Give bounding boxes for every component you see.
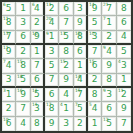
cage-sum: 10 xyxy=(89,31,95,35)
cell-r5c3[interactable]: 7 xyxy=(31,59,45,73)
digit: 5 xyxy=(6,4,12,13)
digit: 2 xyxy=(106,32,112,41)
cage-sum: 3 xyxy=(3,88,6,92)
digit: 6 xyxy=(34,75,40,84)
cell-r1c5[interactable]: 6 xyxy=(59,2,73,16)
cage-sum: 14 xyxy=(89,2,95,6)
digit: 8 xyxy=(106,75,112,84)
cage-sum: 11 xyxy=(3,16,9,20)
cell-r4c1[interactable]: 119 xyxy=(2,45,16,59)
digit: 2 xyxy=(20,47,26,56)
cell-r5c1[interactable]: 74 xyxy=(2,59,16,73)
digit: 2 xyxy=(34,18,40,27)
cage-sum: 6 xyxy=(3,2,6,6)
cell-r4c9[interactable]: 5 xyxy=(117,45,131,59)
cell-r2c9[interactable]: 6 xyxy=(117,16,131,30)
digit: 9 xyxy=(77,18,83,27)
cage-sum: 15 xyxy=(75,31,81,35)
cell-r7c7[interactable]: 8 xyxy=(88,88,102,102)
digit: 7 xyxy=(34,61,40,70)
digit: 4 xyxy=(63,90,69,99)
digit: 4 xyxy=(6,61,12,70)
cell-r8c1[interactable]: 2 xyxy=(2,102,16,116)
cell-r4c4[interactable]: 3 xyxy=(45,45,59,59)
cell-r3c9[interactable]: 4 xyxy=(117,31,131,45)
cage-sum: 14 xyxy=(75,74,81,78)
cell-r8c8[interactable]: 6 xyxy=(102,102,116,116)
cell-r6c1[interactable]: 3 xyxy=(2,74,16,88)
digit: 7 xyxy=(92,47,98,56)
digit: 8 xyxy=(63,47,69,56)
cage-sum: 5 xyxy=(89,102,92,106)
cell-r6c5[interactable]: 9 xyxy=(59,74,73,88)
cage-sum: 4 xyxy=(118,59,121,63)
digit: 7 xyxy=(49,75,55,84)
cage-sum: 15 xyxy=(75,88,81,92)
cage-sum: 12 xyxy=(103,117,109,121)
cage-sum: 7 xyxy=(3,59,6,63)
cell-r7c5[interactable]: 4 xyxy=(59,88,73,102)
cage-sum: 9 xyxy=(103,45,106,49)
cage-sum: 11 xyxy=(46,2,52,6)
digit: 6 xyxy=(63,4,69,13)
digit: 6 xyxy=(106,104,112,113)
digit: 1 xyxy=(63,104,69,113)
cell-r8c9[interactable]: 9 xyxy=(117,102,131,116)
cell-r5c4[interactable]: 5 xyxy=(45,59,59,73)
cage-sum: 7 xyxy=(103,16,106,20)
cell-r7c4[interactable]: 6 xyxy=(45,88,59,102)
digit: 4 xyxy=(20,119,26,128)
cell-r3c6[interactable]: 158 xyxy=(74,31,88,45)
cell-r6c7[interactable]: 2 xyxy=(88,74,102,88)
digit: 9 xyxy=(106,61,112,70)
cell-r7c2[interactable]: 169 xyxy=(16,88,30,102)
cell-r9c1[interactable]: 106 xyxy=(2,117,16,131)
cage-sum: 9 xyxy=(103,88,106,92)
cell-r1c1[interactable]: 65 xyxy=(2,2,16,16)
cell-r6c2[interactable]: 185 xyxy=(16,74,30,88)
cage-sum: 15 xyxy=(89,59,95,63)
cell-r1c6[interactable]: 3 xyxy=(74,2,88,16)
cell-r7c1[interactable]: 31 xyxy=(2,88,16,102)
cage-sum: 18 xyxy=(17,74,23,78)
cell-r1c4[interactable]: 112 xyxy=(45,2,59,16)
digit: 1 xyxy=(92,119,98,128)
cage-sum: 6 xyxy=(32,2,35,6)
cage-sum: 13 xyxy=(3,31,9,35)
digit: 7 xyxy=(121,119,127,128)
digit: 8 xyxy=(121,4,127,13)
digit: 8 xyxy=(34,119,40,128)
cell-r4c8[interactable]: 94 xyxy=(102,45,116,59)
cell-r8c3[interactable]: 113 xyxy=(31,102,45,116)
digit: 3 xyxy=(121,61,127,70)
cell-r4c2[interactable]: 2 xyxy=(16,45,30,59)
cell-r4c6[interactable]: 6 xyxy=(74,45,88,59)
cell-r3c1[interactable]: 137 xyxy=(2,31,16,45)
digit: 5 xyxy=(121,47,127,56)
cell-r5c8[interactable]: 9 xyxy=(102,59,116,73)
digit: 3 xyxy=(63,119,69,128)
cage-sum: 11 xyxy=(32,88,38,92)
cell-r6c3[interactable]: 6 xyxy=(31,74,45,88)
cell-r8c4[interactable]: 178 xyxy=(45,102,59,116)
digit: 1 xyxy=(6,90,12,99)
digit: 3 xyxy=(49,47,55,56)
digit: 3 xyxy=(6,75,12,84)
cage-sum: 20 xyxy=(46,16,52,20)
cell-r5c7[interactable]: 156 xyxy=(88,59,102,73)
cell-r9c8[interactable]: 125 xyxy=(102,117,116,131)
cell-r2c1[interactable]: 118 xyxy=(2,16,16,30)
cell-r7c8[interactable]: 93 xyxy=(102,88,116,102)
digit: 9 xyxy=(49,119,55,128)
cage-sum: 17 xyxy=(46,102,52,106)
cage-sum: 4 xyxy=(60,102,63,106)
digit: 2 xyxy=(92,75,98,84)
cage-sum: 11 xyxy=(118,88,124,92)
cell-r3c3[interactable]: 109 xyxy=(31,31,45,45)
digit: 4 xyxy=(92,104,98,113)
cage-sum: 21 xyxy=(103,2,109,6)
digit: 4 xyxy=(106,47,112,56)
cell-r9c3[interactable]: 8 xyxy=(31,117,45,131)
digit: 1 xyxy=(106,18,112,27)
cell-r7c9[interactable]: 112 xyxy=(117,88,131,102)
cell-r5c5[interactable]: 152 xyxy=(59,59,73,73)
cell-r3c5[interactable]: 135 xyxy=(59,31,73,45)
digit: 6 xyxy=(77,47,83,56)
cell-r1c3[interactable]: 64 xyxy=(31,2,45,16)
cell-r6c8[interactable]: 8 xyxy=(102,74,116,88)
cell-r3c8[interactable]: 2 xyxy=(102,31,116,45)
cell-r1c9[interactable]: 8 xyxy=(117,2,131,16)
cage-sum: 11 xyxy=(32,102,38,106)
cage-sum: 10 xyxy=(3,117,9,121)
cell-r8c2[interactable]: 7 xyxy=(16,102,30,116)
cell-r4c3[interactable]: 1 xyxy=(31,45,45,59)
cage-sum: 13 xyxy=(60,31,66,35)
cell-r6c9[interactable]: 1 xyxy=(117,74,131,88)
killer-sudoku-board: 6516411263149217811832204795716137610991… xyxy=(0,0,133,133)
cell-r9c2[interactable]: 4 xyxy=(16,117,30,131)
digit: 8 xyxy=(92,90,98,99)
cell-r2c6[interactable]: 9 xyxy=(74,16,88,30)
cell-r9c6[interactable]: 2 xyxy=(74,117,88,131)
cage-sum: 11 xyxy=(3,45,9,49)
digit: 4 xyxy=(121,32,127,41)
digit: 2 xyxy=(77,119,83,128)
cell-r2c3[interactable]: 2 xyxy=(31,16,45,30)
digit: 5 xyxy=(92,18,98,27)
cage-sum: 16 xyxy=(17,88,23,92)
cell-r9c5[interactable]: 3 xyxy=(59,117,73,131)
cell-r2c2[interactable]: 3 xyxy=(16,16,30,30)
cage-sum: 10 xyxy=(32,31,38,35)
cell-r6c6[interactable]: 144 xyxy=(74,74,88,88)
cell-r8c7[interactable]: 54 xyxy=(88,102,102,116)
digit: 7 xyxy=(63,18,69,27)
cell-r3c2[interactable]: 6 xyxy=(16,31,30,45)
cell-r2c8[interactable]: 71 xyxy=(102,16,116,30)
digit: 3 xyxy=(20,18,26,27)
digit: 5 xyxy=(49,61,55,70)
cell-r8c6[interactable]: 75 xyxy=(74,102,88,116)
digit: 1 xyxy=(77,61,83,70)
digit: 6 xyxy=(121,18,127,27)
cell-r1c2[interactable]: 1 xyxy=(16,2,30,16)
cage-sum: 9 xyxy=(46,31,49,35)
cell-r3c4[interactable]: 91 xyxy=(45,31,59,45)
cell-r4c5[interactable]: 8 xyxy=(59,45,73,59)
digit: 9 xyxy=(63,75,69,84)
cell-r9c7[interactable]: 1 xyxy=(88,117,102,131)
cage-sum: 7 xyxy=(75,102,78,106)
digit: 6 xyxy=(49,90,55,99)
cell-r5c6[interactable]: 1 xyxy=(74,59,88,73)
digit: 7 xyxy=(20,104,26,113)
cell-r3c7[interactable]: 103 xyxy=(88,31,102,45)
digit: 3 xyxy=(77,4,83,13)
cell-r9c9[interactable]: 7 xyxy=(117,117,131,131)
digit: 1 xyxy=(34,47,40,56)
cage-sum: 15 xyxy=(17,59,23,63)
cell-r5c9[interactable]: 43 xyxy=(117,59,131,73)
cell-r2c7[interactable]: 5 xyxy=(88,16,102,30)
digit: 1 xyxy=(20,4,26,13)
digit: 2 xyxy=(6,104,12,113)
digit: 1 xyxy=(121,75,127,84)
cell-r6c4[interactable]: 7 xyxy=(45,74,59,88)
cell-r2c5[interactable]: 7 xyxy=(59,16,73,30)
cell-r9c4[interactable]: 9 xyxy=(45,117,59,131)
cell-r5c2[interactable]: 158 xyxy=(16,59,30,73)
cage-sum: 15 xyxy=(60,59,66,63)
digit: 1 xyxy=(49,32,55,41)
digit: 6 xyxy=(20,32,26,41)
digit: 9 xyxy=(121,104,127,113)
cell-r7c3[interactable]: 115 xyxy=(31,88,45,102)
cell-r2c4[interactable]: 204 xyxy=(45,16,59,30)
cell-r1c8[interactable]: 217 xyxy=(102,2,116,16)
cell-r1c7[interactable]: 149 xyxy=(88,2,102,16)
cell-r4c7[interactable]: 7 xyxy=(88,45,102,59)
cell-r8c5[interactable]: 41 xyxy=(59,102,73,116)
digit: 3 xyxy=(106,90,112,99)
cell-r7c6[interactable]: 157 xyxy=(74,88,88,102)
